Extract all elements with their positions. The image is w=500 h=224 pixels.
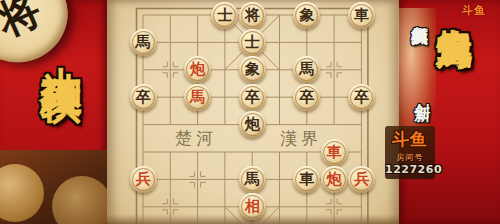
piece-black-f4-r4[interactable]: 炮 — [239, 111, 266, 138]
piece-glyph: 兵 — [354, 165, 369, 192]
wood-pieces-photo-left — [0, 150, 107, 224]
room-number: 1227260 — [385, 163, 435, 176]
piece-red-f7-r6[interactable]: 炮 — [321, 166, 348, 193]
piece-red-f4-r7[interactable]: 相 — [239, 193, 266, 220]
piece-glyph: 馬 — [299, 56, 314, 83]
piece-glyph: 炮 — [327, 165, 342, 192]
piece-black-f4-r3[interactable]: 卒 — [239, 84, 266, 111]
piece-red-f0-r6[interactable]: 兵 — [130, 166, 157, 193]
piece-black-f6-r6[interactable]: 車 — [293, 166, 320, 193]
piece-glyph: 馬 — [190, 83, 205, 110]
piece-glyph: 象 — [245, 56, 260, 83]
douyu-logo: 斗鱼 — [462, 3, 486, 18]
piece-black-f4-r1[interactable]: 士 — [239, 29, 266, 56]
piece-glyph: 象 — [299, 1, 314, 28]
wood-pieces-photo-top-right — [398, 8, 436, 140]
piece-red-f7-r5[interactable]: 車 — [321, 139, 348, 166]
piece-black-f8-r3[interactable]: 卒 — [348, 84, 375, 111]
piece-black-f4-r2[interactable]: 象 — [239, 56, 266, 83]
piece-black-f0-r3[interactable]: 卒 — [130, 84, 157, 111]
piece-glyph: 卒 — [136, 83, 151, 110]
douyu-room-logo: 斗鱼 — [385, 128, 435, 151]
right-subtitle-2: 创新 — [411, 90, 432, 94]
piece-glyph: 炮 — [245, 111, 260, 138]
piece-glyph: 士 — [217, 1, 232, 28]
room-number-label: 房间号 — [385, 152, 435, 163]
piece-black-f3-r0[interactable]: 士 — [211, 2, 238, 29]
stream-frame: 将 楚河漢界 士将象車馬士炮象馬卒馬卒卒卒炮車兵馬車炮兵相 大神象棋 象棋大师 … — [0, 0, 500, 224]
piece-red-f8-r6[interactable]: 兵 — [348, 166, 375, 193]
piece-glyph: 卒 — [299, 83, 314, 110]
piece-black-f8-r0[interactable]: 車 — [348, 2, 375, 29]
piece-black-f6-r3[interactable]: 卒 — [293, 84, 320, 111]
river-label-right: 漢界 — [280, 128, 322, 148]
piece-glyph: 卒 — [245, 83, 260, 110]
piece-glyph: 士 — [245, 28, 260, 55]
piece-glyph: 兵 — [136, 165, 151, 192]
piece-glyph: 車 — [299, 165, 314, 192]
piece-glyph: 相 — [245, 193, 260, 220]
piece-glyph: 馬 — [245, 165, 260, 192]
piece-glyph: 将 — [245, 1, 260, 28]
piece-glyph: 馬 — [136, 28, 151, 55]
piece-black-f4-r0[interactable]: 将 — [239, 2, 266, 29]
left-banner-title: 大神象棋 — [33, 33, 89, 53]
river-label-left: 楚河 — [175, 128, 217, 148]
piece-glyph: 車 — [354, 1, 369, 28]
piece-black-f0-r1[interactable]: 馬 — [130, 29, 157, 56]
piece-glyph: 車 — [327, 138, 342, 165]
piece-glyph: 炮 — [190, 56, 205, 83]
piece-black-f6-r0[interactable]: 象 — [293, 2, 320, 29]
piece-glyph: 卒 — [354, 83, 369, 110]
piece-red-f2-r3[interactable]: 馬 — [184, 84, 211, 111]
piece-black-f4-r6[interactable]: 馬 — [239, 166, 266, 193]
douyu-room-badge: 斗鱼 房间号 1227260 — [385, 126, 435, 179]
xiangqi-board[interactable]: 楚河漢界 士将象車馬士炮象馬卒馬卒卒卒炮車兵馬車炮兵相 — [107, 0, 399, 224]
right-subtitle: 象棋大师 — [409, 12, 432, 16]
